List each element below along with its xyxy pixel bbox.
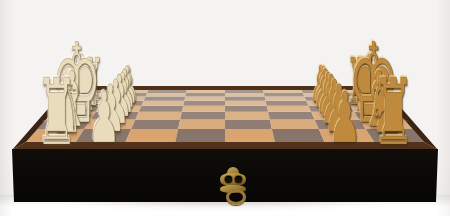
gold-rook[interactable]: ♜	[365, 67, 423, 159]
white-pawn[interactable]: ♟	[82, 82, 127, 152]
gold-pawn[interactable]: ♟	[323, 82, 368, 152]
clasp-hole	[225, 176, 232, 183]
photo-scene: ♜♟♞♟♝♟♛♟♚♟♝♟♞♟♜♜♟♟♜♟♞♟♝♟♛♟♚♟♝♟♞♟♜♜♟♟	[0, 0, 450, 216]
brass-clasp-icon	[218, 167, 248, 200]
white-rook[interactable]: ♜	[27, 67, 85, 159]
clasp-hole	[235, 176, 242, 183]
clasp-ring	[226, 189, 246, 205]
